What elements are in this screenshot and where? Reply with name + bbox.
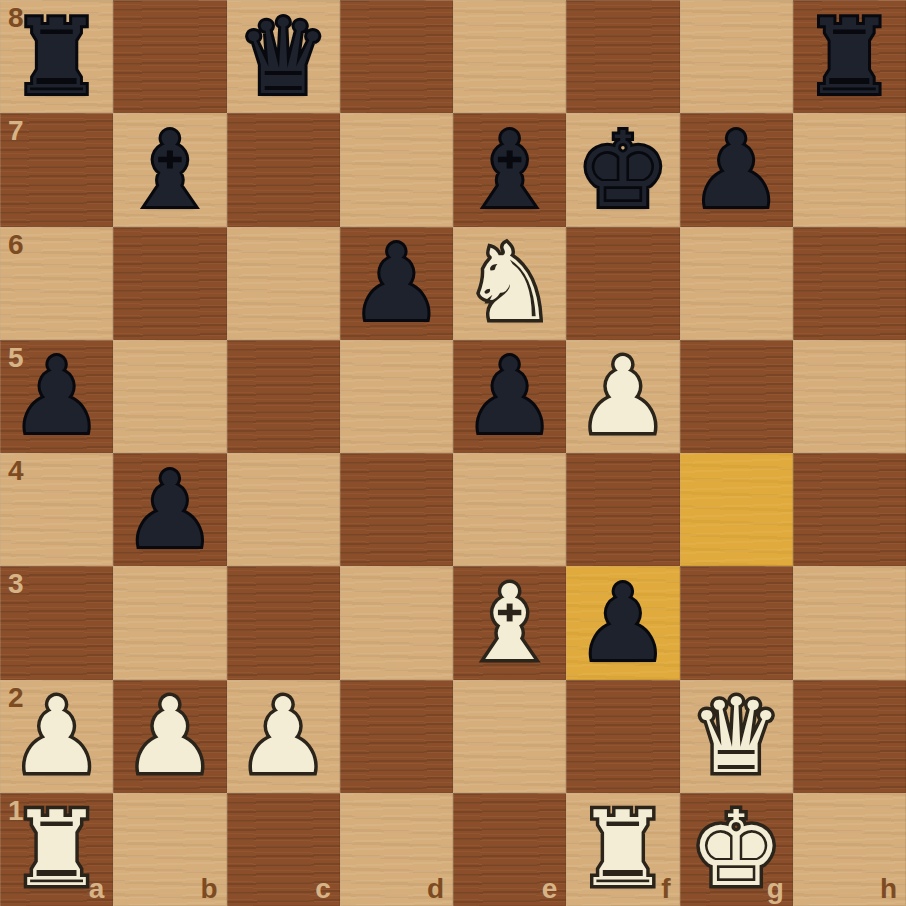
- square-h5[interactable]: [793, 340, 906, 453]
- rank-label-1: 1: [8, 797, 24, 825]
- piece-white-knight[interactable]: [453, 227, 566, 340]
- square-b8[interactable]: [113, 0, 226, 113]
- square-c6[interactable]: [227, 227, 340, 340]
- square-f3[interactable]: [566, 566, 679, 679]
- square-f2[interactable]: [566, 680, 679, 793]
- piece-black-pawn[interactable]: [566, 566, 679, 679]
- chess-board-wrap: 87654321abcdefgh: [0, 0, 906, 906]
- rank-label-4: 4: [8, 457, 24, 485]
- square-b3[interactable]: [113, 566, 226, 679]
- piece-black-pawn[interactable]: [453, 340, 566, 453]
- file-label-a: a: [89, 875, 105, 903]
- square-e8[interactable]: [453, 0, 566, 113]
- square-b5[interactable]: [113, 340, 226, 453]
- square-d6[interactable]: [340, 227, 453, 340]
- square-b1[interactable]: b: [113, 793, 226, 906]
- square-e2[interactable]: [453, 680, 566, 793]
- rank-label-8: 8: [8, 4, 24, 32]
- square-f6[interactable]: [566, 227, 679, 340]
- square-e6[interactable]: [453, 227, 566, 340]
- square-h8[interactable]: [793, 0, 906, 113]
- square-d3[interactable]: [340, 566, 453, 679]
- rank-label-5: 5: [8, 344, 24, 372]
- piece-black-king[interactable]: [566, 113, 679, 226]
- rank-label-3: 3: [8, 570, 24, 598]
- square-d5[interactable]: [340, 340, 453, 453]
- square-f5[interactable]: [566, 340, 679, 453]
- square-d7[interactable]: [340, 113, 453, 226]
- rank-label-6: 6: [8, 231, 24, 259]
- square-g5[interactable]: [680, 340, 793, 453]
- square-g4[interactable]: [680, 453, 793, 566]
- square-b4[interactable]: [113, 453, 226, 566]
- square-d8[interactable]: [340, 0, 453, 113]
- square-c5[interactable]: [227, 340, 340, 453]
- square-h2[interactable]: [793, 680, 906, 793]
- square-h6[interactable]: [793, 227, 906, 340]
- square-g1[interactable]: g: [680, 793, 793, 906]
- square-c7[interactable]: [227, 113, 340, 226]
- square-b6[interactable]: [113, 227, 226, 340]
- square-f1[interactable]: f: [566, 793, 679, 906]
- square-g3[interactable]: [680, 566, 793, 679]
- piece-black-queen[interactable]: [227, 0, 340, 113]
- file-label-h: h: [880, 875, 897, 903]
- rank-label-7: 7: [8, 117, 24, 145]
- square-e4[interactable]: [453, 453, 566, 566]
- piece-white-bishop[interactable]: [453, 566, 566, 679]
- piece-black-bishop[interactable]: [453, 113, 566, 226]
- square-a3[interactable]: 3: [0, 566, 113, 679]
- square-d1[interactable]: d: [340, 793, 453, 906]
- piece-black-rook[interactable]: [793, 0, 906, 113]
- square-a7[interactable]: 7: [0, 113, 113, 226]
- square-d2[interactable]: [340, 680, 453, 793]
- square-a6[interactable]: 6: [0, 227, 113, 340]
- square-c2[interactable]: [227, 680, 340, 793]
- square-a4[interactable]: 4: [0, 453, 113, 566]
- square-c3[interactable]: [227, 566, 340, 679]
- square-e7[interactable]: [453, 113, 566, 226]
- square-a8[interactable]: 8: [0, 0, 113, 113]
- file-label-b: b: [200, 875, 217, 903]
- piece-white-pawn[interactable]: [566, 340, 679, 453]
- square-f8[interactable]: [566, 0, 679, 113]
- rank-label-2: 2: [8, 684, 24, 712]
- piece-black-pawn[interactable]: [340, 227, 453, 340]
- square-d4[interactable]: [340, 453, 453, 566]
- piece-white-pawn[interactable]: [227, 680, 340, 793]
- square-h7[interactable]: [793, 113, 906, 226]
- square-g2[interactable]: [680, 680, 793, 793]
- piece-black-pawn[interactable]: [113, 453, 226, 566]
- file-label-g: g: [767, 875, 784, 903]
- square-h4[interactable]: [793, 453, 906, 566]
- square-b7[interactable]: [113, 113, 226, 226]
- file-label-c: c: [315, 875, 331, 903]
- square-e1[interactable]: e: [453, 793, 566, 906]
- square-c4[interactable]: [227, 453, 340, 566]
- file-label-f: f: [661, 875, 670, 903]
- square-c8[interactable]: [227, 0, 340, 113]
- square-h1[interactable]: h: [793, 793, 906, 906]
- piece-white-pawn[interactable]: [113, 680, 226, 793]
- file-label-e: e: [542, 875, 558, 903]
- square-b2[interactable]: [113, 680, 226, 793]
- file-label-d: d: [427, 875, 444, 903]
- square-e5[interactable]: [453, 340, 566, 453]
- square-h3[interactable]: [793, 566, 906, 679]
- square-a1[interactable]: 1a: [0, 793, 113, 906]
- square-e3[interactable]: [453, 566, 566, 679]
- square-a2[interactable]: 2: [0, 680, 113, 793]
- square-g8[interactable]: [680, 0, 793, 113]
- square-g6[interactable]: [680, 227, 793, 340]
- square-f4[interactable]: [566, 453, 679, 566]
- square-g7[interactable]: [680, 113, 793, 226]
- piece-black-pawn[interactable]: [680, 113, 793, 226]
- square-c1[interactable]: c: [227, 793, 340, 906]
- square-a5[interactable]: 5: [0, 340, 113, 453]
- chess-board: 87654321abcdefgh: [0, 0, 906, 906]
- piece-black-bishop[interactable]: [113, 113, 226, 226]
- square-f7[interactable]: [566, 113, 679, 226]
- piece-white-queen[interactable]: [680, 680, 793, 793]
